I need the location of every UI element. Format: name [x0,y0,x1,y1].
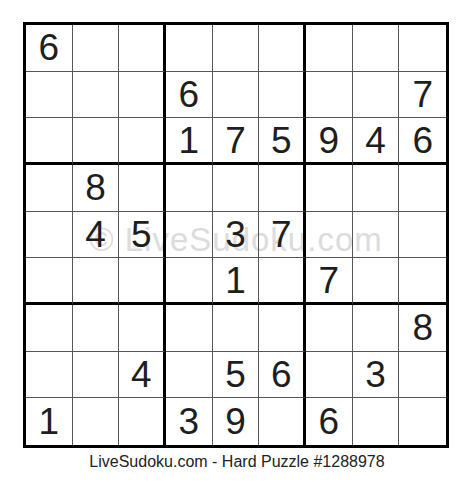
cell-r3c7-given: 9 [306,118,353,165]
cell-r9c7-given: 6 [306,398,353,445]
cell-r1c9-empty[interactable] [399,25,446,72]
cell-r6c2-empty[interactable] [73,258,120,305]
cell-r2c5-empty[interactable] [213,72,260,119]
cell-r5c3-given: 5 [119,212,166,259]
cell-r2c1-empty[interactable] [26,72,73,119]
cell-r8c3-given: 4 [119,352,166,399]
cell-r2c2-empty[interactable] [73,72,120,119]
cell-r9c9-empty[interactable] [399,398,446,445]
cell-r5c7-empty[interactable] [306,212,353,259]
cell-r9c6-empty[interactable] [259,398,306,445]
cell-r4c3-empty[interactable] [119,165,166,212]
cell-r1c6-empty[interactable] [259,25,306,72]
cell-r7c5-empty[interactable] [213,305,260,352]
cell-r8c9-empty[interactable] [399,352,446,399]
cell-r6c4-empty[interactable] [166,258,213,305]
footer-caption: LiveSudoku.com - Hard Puzzle #1288978 [0,453,474,471]
cell-r3c8-given: 4 [353,118,400,165]
cell-r4c6-empty[interactable] [259,165,306,212]
sudoku-board: 6671759468453717845631396 [23,22,449,448]
cell-r8c4-empty[interactable] [166,352,213,399]
cell-r3c6-given: 5 [259,118,306,165]
cell-r6c8-empty[interactable] [353,258,400,305]
cell-r7c7-empty[interactable] [306,305,353,352]
cell-r2c8-empty[interactable] [353,72,400,119]
cell-r3c5-given: 7 [213,118,260,165]
cell-r4c9-empty[interactable] [399,165,446,212]
cell-r6c9-empty[interactable] [399,258,446,305]
cell-r8c6-given: 6 [259,352,306,399]
cell-r7c1-empty[interactable] [26,305,73,352]
cell-r5c4-empty[interactable] [166,212,213,259]
cell-r1c3-empty[interactable] [119,25,166,72]
cell-r8c2-empty[interactable] [73,352,120,399]
cell-r6c3-empty[interactable] [119,258,166,305]
cell-r4c2-given: 8 [73,165,120,212]
cell-r7c2-empty[interactable] [73,305,120,352]
cell-r5c1-empty[interactable] [26,212,73,259]
cell-r2c9-given: 7 [399,72,446,119]
cell-r8c7-empty[interactable] [306,352,353,399]
cell-r4c5-empty[interactable] [213,165,260,212]
cell-r4c1-empty[interactable] [26,165,73,212]
cell-r7c4-empty[interactable] [166,305,213,352]
cell-r2c7-empty[interactable] [306,72,353,119]
cell-r4c8-empty[interactable] [353,165,400,212]
cell-r5c9-empty[interactable] [399,212,446,259]
cell-r6c1-empty[interactable] [26,258,73,305]
cell-r6c6-empty[interactable] [259,258,306,305]
cell-r7c9-given: 8 [399,305,446,352]
cell-r1c4-empty[interactable] [166,25,213,72]
cell-r7c6-empty[interactable] [259,305,306,352]
cell-r8c1-empty[interactable] [26,352,73,399]
cell-r1c2-empty[interactable] [73,25,120,72]
cell-r9c8-empty[interactable] [353,398,400,445]
cell-r1c8-empty[interactable] [353,25,400,72]
cell-r2c3-empty[interactable] [119,72,166,119]
cell-r7c8-empty[interactable] [353,305,400,352]
cell-r1c1-given: 6 [26,25,73,72]
cell-r5c5-given: 3 [213,212,260,259]
cell-r6c7-given: 7 [306,258,353,305]
sudoku-page: © LiveSudoku.com 66717594684537178456313… [0,0,474,485]
cell-r3c4-given: 1 [166,118,213,165]
cell-r5c6-given: 7 [259,212,306,259]
cell-r4c7-empty[interactable] [306,165,353,212]
cell-r5c2-given: 4 [73,212,120,259]
cell-r4c4-empty[interactable] [166,165,213,212]
cell-r1c5-empty[interactable] [213,25,260,72]
cell-r7c3-empty[interactable] [119,305,166,352]
cell-r1c7-empty[interactable] [306,25,353,72]
cell-r5c8-empty[interactable] [353,212,400,259]
cell-r3c9-given: 6 [399,118,446,165]
cell-r9c2-empty[interactable] [73,398,120,445]
cell-r8c8-given: 3 [353,352,400,399]
cell-r9c4-given: 3 [166,398,213,445]
cell-r9c5-given: 9 [213,398,260,445]
cell-r3c1-empty[interactable] [26,118,73,165]
cell-r3c3-empty[interactable] [119,118,166,165]
cell-r9c1-given: 1 [26,398,73,445]
cell-r2c6-empty[interactable] [259,72,306,119]
cell-r8c5-given: 5 [213,352,260,399]
cell-r6c5-given: 1 [213,258,260,305]
cell-r3c2-empty[interactable] [73,118,120,165]
cell-r2c4-given: 6 [166,72,213,119]
cell-r9c3-empty[interactable] [119,398,166,445]
